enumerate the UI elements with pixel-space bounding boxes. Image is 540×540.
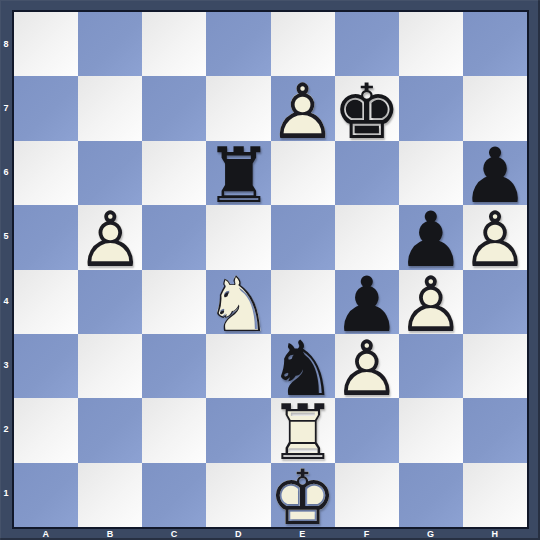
rank-label-6: 6 [0, 140, 12, 204]
square-b8[interactable] [78, 12, 142, 76]
rank-label-2: 2 [0, 397, 12, 461]
square-a1[interactable] [14, 463, 78, 527]
pawn-outline-glyph: ♙ [463, 208, 527, 272]
square-f7[interactable]: ♚ [335, 76, 399, 140]
pawn-outline-glyph: ♙ [271, 79, 335, 143]
rank-label-7: 7 [0, 76, 12, 140]
piece-white-pawn[interactable]: ♟♙ [271, 76, 335, 140]
square-c5[interactable] [142, 205, 206, 269]
square-a8[interactable] [14, 12, 78, 76]
square-h2[interactable] [463, 398, 527, 462]
square-a3[interactable] [14, 334, 78, 398]
piece-white-knight[interactable]: ♞♘ [206, 270, 270, 334]
rank-labels: 87654321 [0, 12, 12, 525]
square-h3[interactable] [463, 334, 527, 398]
square-d2[interactable] [206, 398, 270, 462]
rank-label-3: 3 [0, 333, 12, 397]
square-a4[interactable] [14, 270, 78, 334]
rank-label-1: 1 [0, 461, 12, 525]
square-e1[interactable]: ♚♔ [271, 463, 335, 527]
piece-black-rook[interactable]: ♜ [206, 141, 270, 205]
knight-outline-glyph: ♘ [206, 273, 270, 337]
square-g2[interactable] [399, 398, 463, 462]
king-outline-glyph: ♔ [271, 466, 335, 530]
square-c2[interactable] [142, 398, 206, 462]
pawn-outline-glyph: ♙ [399, 273, 463, 337]
square-b2[interactable] [78, 398, 142, 462]
square-f1[interactable] [335, 463, 399, 527]
square-g4[interactable]: ♟♙ [399, 270, 463, 334]
square-a5[interactable] [14, 205, 78, 269]
square-e6[interactable] [271, 141, 335, 205]
square-f6[interactable] [335, 141, 399, 205]
piece-black-king[interactable]: ♚ [335, 76, 399, 140]
square-h8[interactable] [463, 12, 527, 76]
pawn-outline-glyph: ♙ [78, 208, 142, 272]
square-c3[interactable] [142, 334, 206, 398]
square-d4[interactable]: ♞♘ [206, 270, 270, 334]
square-e7[interactable]: ♟♙ [271, 76, 335, 140]
square-b4[interactable] [78, 270, 142, 334]
square-g3[interactable] [399, 334, 463, 398]
square-g1[interactable] [399, 463, 463, 527]
square-b5[interactable]: ♟♙ [78, 205, 142, 269]
square-c6[interactable] [142, 141, 206, 205]
square-d6[interactable]: ♜ [206, 141, 270, 205]
square-a2[interactable] [14, 398, 78, 462]
rank-label-4: 4 [0, 269, 12, 333]
square-a7[interactable] [14, 76, 78, 140]
pawn-outline-glyph: ♙ [335, 337, 399, 401]
square-d8[interactable] [206, 12, 270, 76]
square-c7[interactable] [142, 76, 206, 140]
rank-label-8: 8 [0, 12, 12, 76]
square-a6[interactable] [14, 141, 78, 205]
square-b3[interactable] [78, 334, 142, 398]
square-c8[interactable] [142, 12, 206, 76]
square-b1[interactable] [78, 463, 142, 527]
rank-label-5: 5 [0, 204, 12, 268]
king-glyph: ♚ [335, 79, 399, 143]
piece-white-pawn[interactable]: ♟♙ [463, 205, 527, 269]
square-g8[interactable] [399, 12, 463, 76]
piece-white-pawn[interactable]: ♟♙ [335, 334, 399, 398]
piece-white-pawn[interactable]: ♟♙ [78, 205, 142, 269]
square-b7[interactable] [78, 76, 142, 140]
square-d1[interactable] [206, 463, 270, 527]
square-h1[interactable] [463, 463, 527, 527]
square-f2[interactable] [335, 398, 399, 462]
square-c4[interactable] [142, 270, 206, 334]
chess-board: ♟♙♚♜♟♟♙♟♟♙♞♘♟♟♙♞♟♙♜♖♚♔ [12, 10, 529, 529]
square-d3[interactable] [206, 334, 270, 398]
piece-white-pawn[interactable]: ♟♙ [399, 270, 463, 334]
square-f3[interactable]: ♟♙ [335, 334, 399, 398]
square-e5[interactable] [271, 205, 335, 269]
chess-app: { "game": "chess", "position": { "fen": … [0, 0, 540, 540]
square-g7[interactable] [399, 76, 463, 140]
piece-white-king[interactable]: ♚♔ [271, 463, 335, 527]
square-h4[interactable] [463, 270, 527, 334]
rook-glyph: ♜ [206, 144, 270, 208]
square-c1[interactable] [142, 463, 206, 527]
square-h5[interactable]: ♟♙ [463, 205, 527, 269]
